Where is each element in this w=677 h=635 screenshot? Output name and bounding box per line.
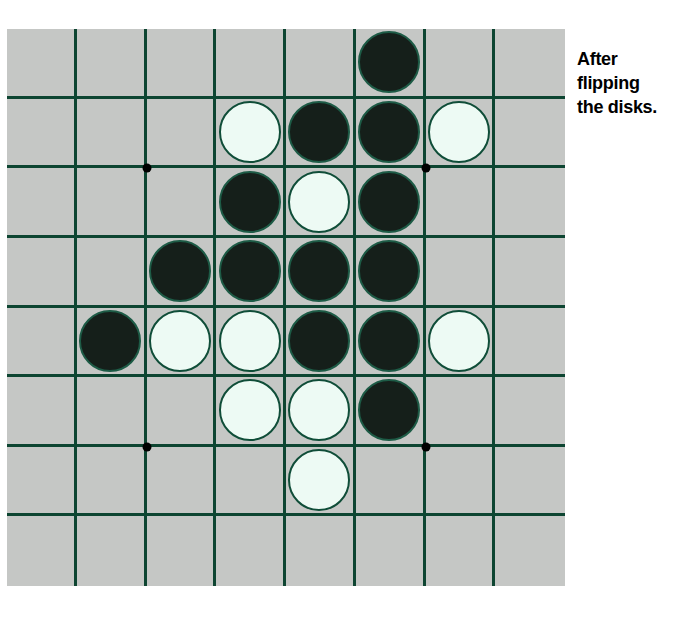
board-cell-e1[interactable] <box>286 29 356 99</box>
board-cell-b8[interactable] <box>77 516 147 586</box>
black-disk-f5 <box>358 310 420 372</box>
board-cell-h8[interactable] <box>495 516 565 586</box>
board-cell-b1[interactable] <box>77 29 147 99</box>
board-cell-h2[interactable] <box>495 99 565 169</box>
caption-line-1: After <box>577 47 657 71</box>
board-cell-f3[interactable] <box>356 168 426 238</box>
white-disk-d5 <box>219 310 281 372</box>
board-cell-g2[interactable] <box>426 99 496 169</box>
board-cell-h1[interactable] <box>495 29 565 99</box>
board-cell-c8[interactable] <box>147 516 217 586</box>
board-cell-g5[interactable] <box>426 308 496 378</box>
board-cell-e2[interactable] <box>286 99 356 169</box>
board-cell-g6[interactable] <box>426 377 496 447</box>
board-cell-d8[interactable] <box>216 516 286 586</box>
black-disk-d3 <box>219 171 281 233</box>
black-disk-f3 <box>358 171 420 233</box>
board-cell-e8[interactable] <box>286 516 356 586</box>
board-cell-a8[interactable] <box>7 516 77 586</box>
star-point-icon <box>142 442 151 451</box>
board-cell-e7[interactable] <box>286 447 356 517</box>
board-cell-f6[interactable] <box>356 377 426 447</box>
board-cell-a6[interactable] <box>7 377 77 447</box>
board-cell-c3[interactable] <box>147 168 217 238</box>
board-cell-e5[interactable] <box>286 308 356 378</box>
page: After flipping the disks. <box>0 0 677 635</box>
board-cell-f1[interactable] <box>356 29 426 99</box>
board-cell-a4[interactable] <box>7 238 77 308</box>
board-cell-e6[interactable] <box>286 377 356 447</box>
board-cell-d6[interactable] <box>216 377 286 447</box>
board-cell-c4[interactable] <box>147 238 217 308</box>
board-cell-a2[interactable] <box>7 99 77 169</box>
board-cell-c2[interactable] <box>147 99 217 169</box>
board-cell-a3[interactable] <box>7 168 77 238</box>
white-disk-g5 <box>428 310 490 372</box>
board-cell-c7[interactable] <box>147 447 217 517</box>
board-cell-b7[interactable] <box>77 447 147 517</box>
board-cell-f5[interactable] <box>356 308 426 378</box>
board-cell-d4[interactable] <box>216 238 286 308</box>
board-cell-e4[interactable] <box>286 238 356 308</box>
board-cell-a5[interactable] <box>7 308 77 378</box>
black-disk-f4 <box>358 240 420 302</box>
board-cell-a1[interactable] <box>7 29 77 99</box>
board-cell-a7[interactable] <box>7 447 77 517</box>
board-cell-h4[interactable] <box>495 238 565 308</box>
othello-board <box>7 29 565 586</box>
black-disk-f6 <box>358 379 420 441</box>
board-cell-h7[interactable] <box>495 447 565 517</box>
board-cell-c6[interactable] <box>147 377 217 447</box>
board-cell-d3[interactable] <box>216 168 286 238</box>
board-cell-c1[interactable] <box>147 29 217 99</box>
white-disk-e3 <box>288 171 350 233</box>
white-disk-e7 <box>288 449 350 511</box>
white-disk-e6 <box>288 379 350 441</box>
white-disk-c5 <box>149 310 211 372</box>
board-cell-c5[interactable] <box>147 308 217 378</box>
star-point-icon <box>142 164 151 173</box>
board-cell-g4[interactable] <box>426 238 496 308</box>
board-cell-f7[interactable] <box>356 447 426 517</box>
black-disk-c4 <box>149 240 211 302</box>
white-disk-d2 <box>219 101 281 163</box>
black-disk-e2 <box>288 101 350 163</box>
black-disk-f1 <box>358 31 420 93</box>
diagram-caption: After flipping the disks. <box>577 47 657 119</box>
board-cell-b4[interactable] <box>77 238 147 308</box>
black-disk-d4 <box>219 240 281 302</box>
board-cell-g3[interactable] <box>426 168 496 238</box>
board-cell-g7[interactable] <box>426 447 496 517</box>
board-cell-d2[interactable] <box>216 99 286 169</box>
board-cell-e3[interactable] <box>286 168 356 238</box>
board-cell-f2[interactable] <box>356 99 426 169</box>
board-cell-d5[interactable] <box>216 308 286 378</box>
board-cell-d1[interactable] <box>216 29 286 99</box>
star-point-icon <box>421 442 430 451</box>
black-disk-b5 <box>79 310 141 372</box>
black-disk-f2 <box>358 101 420 163</box>
white-disk-g2 <box>428 101 490 163</box>
board-cell-f4[interactable] <box>356 238 426 308</box>
black-disk-e5 <box>288 310 350 372</box>
board-cell-b2[interactable] <box>77 99 147 169</box>
board-cell-h5[interactable] <box>495 308 565 378</box>
board-cell-h3[interactable] <box>495 168 565 238</box>
board-cell-f8[interactable] <box>356 516 426 586</box>
board-cell-h6[interactable] <box>495 377 565 447</box>
board-cell-b6[interactable] <box>77 377 147 447</box>
board-cell-b3[interactable] <box>77 168 147 238</box>
board-cell-b5[interactable] <box>77 308 147 378</box>
board-cell-g8[interactable] <box>426 516 496 586</box>
caption-line-2: flipping <box>577 71 657 95</box>
star-point-icon <box>421 164 430 173</box>
black-disk-e4 <box>288 240 350 302</box>
caption-line-3: the disks. <box>577 95 657 119</box>
board-cell-g1[interactable] <box>426 29 496 99</box>
white-disk-d6 <box>219 379 281 441</box>
board-cell-d7[interactable] <box>216 447 286 517</box>
